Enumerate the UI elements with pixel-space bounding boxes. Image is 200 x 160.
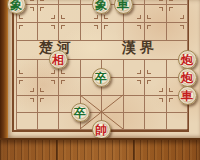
- piece-red-cannon-i7[interactable]: 炮: [178, 68, 197, 87]
- piece-black-soldier-e7[interactable]: 卒: [92, 68, 111, 87]
- plank-seam: [133, 140, 135, 160]
- grid-line: [123, 59, 124, 129]
- piece-red-cannon-i6[interactable]: 炮: [178, 50, 197, 69]
- plank-seam: [56, 140, 58, 160]
- grid-line: [37, 0, 38, 40]
- piece-red-chariot-i8[interactable]: 車: [178, 86, 197, 105]
- piece-black-elephant-e3[interactable]: 象: [92, 0, 111, 14]
- point-mark: [40, 98, 44, 102]
- point-mark: [137, 80, 141, 84]
- grid-line: [166, 0, 167, 40]
- grid-line: [16, 0, 17, 129]
- point-mark: [19, 70, 23, 74]
- point-mark: [51, 15, 55, 19]
- river-text-right: 漢界: [122, 40, 158, 56]
- piece-black-elephant-a3[interactable]: 象: [7, 0, 26, 14]
- point-mark: [30, 88, 34, 92]
- point-mark: [61, 25, 65, 29]
- grid-line: [58, 59, 59, 129]
- point-mark: [61, 15, 65, 19]
- point-mark: [159, 0, 163, 1]
- xiangqi-board[interactable]: 楚河 漢界 象象車相炮卒炮車卒帥: [0, 0, 200, 138]
- point-mark: [30, 0, 34, 1]
- point-mark: [19, 15, 23, 19]
- point-mark: [94, 15, 98, 19]
- point-mark: [30, 98, 34, 102]
- piece-black-chariot-f3[interactable]: 車: [114, 0, 133, 14]
- piece-black-soldier-d9[interactable]: 卒: [71, 103, 90, 122]
- point-mark: [19, 25, 23, 29]
- point-mark: [19, 80, 23, 84]
- point-mark: [40, 7, 44, 11]
- table-wood-planks: [0, 138, 200, 160]
- point-mark: [104, 15, 108, 19]
- point-mark: [159, 7, 163, 11]
- grid-line: [144, 0, 145, 40]
- grid-line: [58, 0, 59, 40]
- point-mark: [169, 7, 173, 11]
- point-mark: [137, 70, 141, 74]
- point-mark: [147, 70, 151, 74]
- point-mark: [61, 70, 65, 74]
- point-mark: [40, 88, 44, 92]
- point-mark: [147, 25, 151, 29]
- point-mark: [169, 0, 173, 1]
- point-mark: [159, 98, 163, 102]
- xiangqi-scene: 楚河 漢界 象象車相炮卒炮車卒帥: [0, 0, 200, 160]
- point-mark: [159, 88, 163, 92]
- point-mark: [94, 25, 98, 29]
- point-mark: [61, 80, 65, 84]
- point-mark: [104, 25, 108, 29]
- point-mark: [137, 15, 141, 19]
- point-mark: [147, 80, 151, 84]
- point-mark: [137, 25, 141, 29]
- grid-line: [37, 59, 38, 129]
- point-mark: [147, 15, 151, 19]
- grid-line: [166, 59, 167, 129]
- point-mark: [51, 70, 55, 74]
- point-mark: [30, 7, 34, 11]
- grid-line: [144, 59, 145, 129]
- point-mark: [51, 80, 55, 84]
- point-mark: [169, 98, 173, 102]
- point-mark: [40, 0, 44, 1]
- point-mark: [169, 88, 173, 92]
- point-mark: [180, 25, 184, 29]
- point-mark: [180, 15, 184, 19]
- grid-line: [80, 0, 81, 40]
- piece-red-general-e10[interactable]: 帥: [92, 120, 111, 139]
- piece-red-elephant-c6[interactable]: 相: [49, 50, 68, 69]
- point-mark: [51, 25, 55, 29]
